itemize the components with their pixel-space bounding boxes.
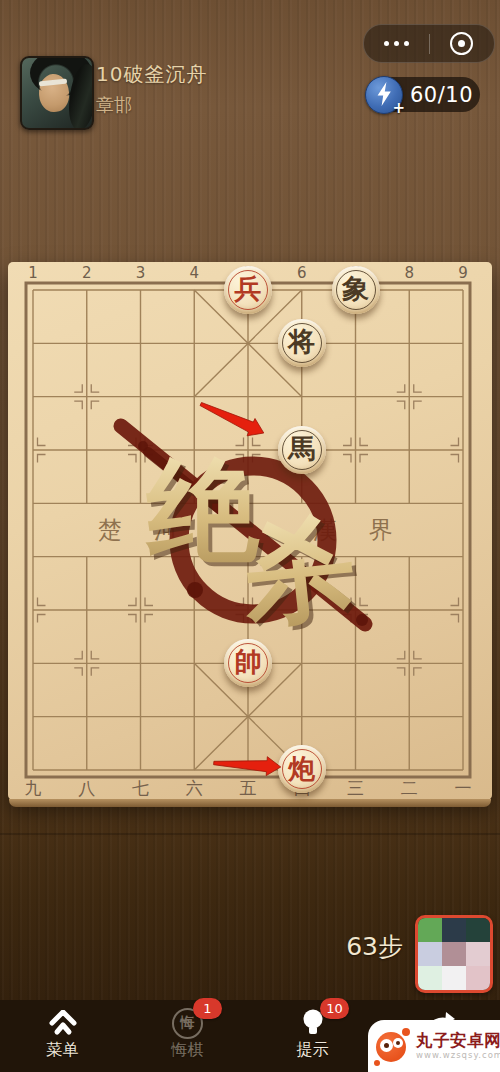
site-url: www.wzsqsy.com <box>416 1050 500 1060</box>
exit-target-icon[interactable] <box>430 25 495 62</box>
hint-badge: 10 <box>320 998 349 1019</box>
lightning-icon: + <box>365 76 403 114</box>
piece-red-soldier[interactable]: 兵 <box>224 266 272 314</box>
hint-label: 提示 <box>297 1040 329 1061</box>
menu-up-icon <box>48 1007 78 1039</box>
undo-button[interactable]: 悔 1 悔棋 <box>125 1000 250 1072</box>
piece-black-general[interactable]: 将 <box>278 319 326 367</box>
undo-label: 悔棋 <box>172 1040 204 1061</box>
level-title: 10破釜沉舟 <box>96 61 207 88</box>
blurred-thumbnail[interactable] <box>415 915 493 993</box>
hint-button[interactable]: 10 提示 <box>250 1000 375 1072</box>
move-count: 63步 <box>346 930 403 963</box>
site-name: 丸子安卓网 <box>416 1032 500 1051</box>
xiangqi-board[interactable]: 123456789九八七六五四三二一 楚 河 漢 界 绝 绝 杀 杀 兵象将馬帥… <box>8 262 492 800</box>
energy-value: 60/10 <box>403 83 480 107</box>
piece-red-cannon[interactable]: 炮 <box>278 745 326 793</box>
miniprogram-capsule <box>363 24 495 63</box>
opponent-name: 章邯 <box>96 93 132 117</box>
menu-label: 菜单 <box>47 1040 79 1061</box>
piece-red-general[interactable]: 帥 <box>224 639 272 687</box>
undo-badge: 1 <box>193 998 222 1019</box>
piece-black-elephant[interactable]: 象 <box>332 266 380 314</box>
piece-black-horse[interactable]: 馬 <box>278 426 326 474</box>
site-watermark: 丸子安卓网 www.wzsqsy.com <box>368 1020 500 1072</box>
wood-plank-seam <box>0 833 500 835</box>
energy-badge[interactable]: + 60/10 <box>367 77 480 112</box>
mascot-icon <box>374 1026 412 1066</box>
pieces-layer: 兵象将馬帥炮 <box>6 263 490 796</box>
avatar[interactable] <box>20 56 94 130</box>
menu-button[interactable]: 菜单 <box>0 1000 125 1072</box>
more-menu-icon[interactable] <box>364 25 429 62</box>
